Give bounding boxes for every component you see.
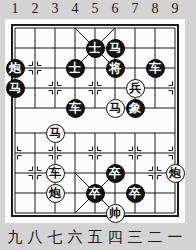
red-cannon-piece[interactable]: 炮 (166, 164, 185, 183)
black-general-piece[interactable]: 将 (106, 59, 125, 78)
red-horse-piece[interactable]: 马 (46, 124, 65, 143)
file-label-bottom-9: 一 (168, 228, 183, 247)
file-label-bottom-7: 三 (128, 228, 143, 247)
file-label-bottom-2: 八 (28, 228, 43, 247)
black-soldier-piece[interactable]: 卒 (86, 184, 105, 203)
red-general-piece[interactable]: 帅 (106, 204, 125, 223)
black-cannon-piece[interactable]: 炮 (6, 59, 25, 78)
file-label-bottom-1: 九 (8, 228, 23, 247)
black-advisor-piece[interactable]: 士 (86, 39, 105, 58)
black-advisor-piece[interactable]: 士 (66, 59, 85, 78)
xiangqi-diagram: 123456789 士马炮士将车马兵车马象马车卒炮炮卒卒帅 九八七六五四三二一 (0, 0, 196, 250)
black-horse-piece[interactable]: 马 (106, 39, 125, 58)
black-soldier-piece[interactable]: 卒 (126, 184, 145, 203)
file-label-bottom-8: 二 (148, 228, 163, 247)
file-label-bottom-3: 七 (48, 228, 63, 247)
pieces-layer: 士马炮士将车马兵车马象马车卒炮炮卒卒帅 (5, 18, 185, 223)
black-soldier-piece[interactable]: 卒 (106, 164, 125, 183)
black-elephant-piece[interactable]: 象 (126, 99, 145, 118)
red-cannon-piece[interactable]: 炮 (46, 184, 65, 203)
red-soldier-piece[interactable]: 兵 (126, 79, 145, 98)
file-label-bottom-6: 四 (108, 228, 123, 247)
black-chariot-piece[interactable]: 车 (146, 59, 165, 78)
red-chariot-piece[interactable]: 车 (46, 164, 65, 183)
black-horse-piece[interactable]: 马 (6, 79, 25, 98)
red-horse-piece[interactable]: 马 (106, 99, 125, 118)
black-chariot-piece[interactable]: 车 (66, 99, 85, 118)
file-label-bottom-4: 六 (68, 228, 83, 247)
file-label-bottom-5: 五 (88, 228, 103, 247)
